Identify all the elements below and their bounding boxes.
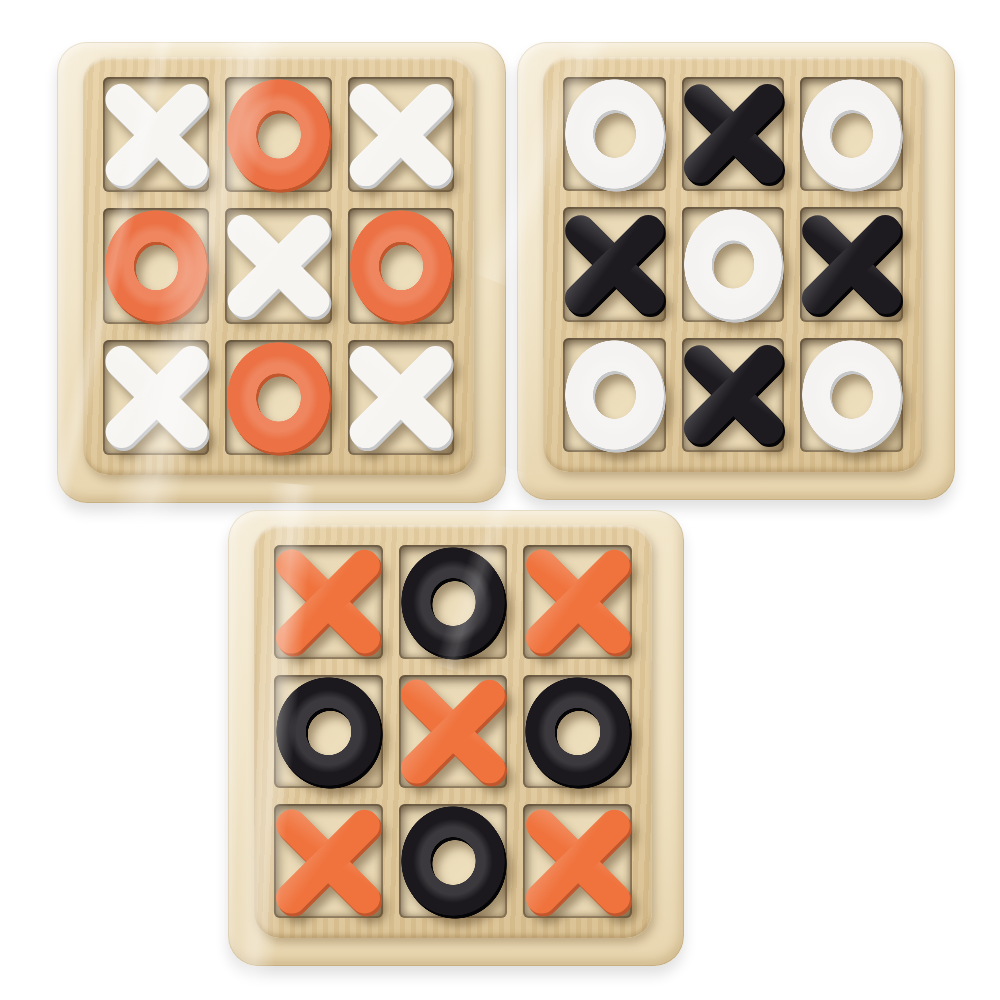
cell-r3c2[interactable] xyxy=(682,338,785,452)
cell-r3c2[interactable] xyxy=(399,804,508,918)
cell-r2c3[interactable] xyxy=(800,207,903,321)
tictactoe-grid xyxy=(563,77,903,452)
x-piece-white[interactable] xyxy=(349,78,453,191)
cell-r2c1[interactable] xyxy=(274,675,383,789)
cell-r2c1[interactable] xyxy=(563,207,666,321)
cell-r1c1[interactable] xyxy=(563,77,666,191)
cell-r3c1[interactable] xyxy=(103,340,209,455)
cell-r1c2[interactable] xyxy=(399,545,508,659)
o-piece-black[interactable] xyxy=(275,676,382,787)
board-top-left-white-vs-orange xyxy=(57,42,506,503)
board-top-right-black-vs-white xyxy=(517,42,955,500)
x-piece-orange[interactable] xyxy=(275,546,382,657)
x-piece-white[interactable] xyxy=(226,209,330,322)
x-piece-white[interactable] xyxy=(349,341,453,454)
o-piece-orange[interactable] xyxy=(349,209,453,322)
cell-r1c2[interactable] xyxy=(225,77,331,192)
o-piece-white[interactable] xyxy=(564,339,665,451)
cell-r1c3[interactable] xyxy=(800,77,903,191)
cell-r2c1[interactable] xyxy=(103,208,209,323)
cell-r1c3[interactable] xyxy=(348,77,454,192)
x-piece-orange[interactable] xyxy=(400,676,507,787)
tictactoe-grid xyxy=(274,545,632,918)
o-piece-orange[interactable] xyxy=(226,341,330,454)
x-piece-orange[interactable] xyxy=(275,805,382,916)
grid-frame xyxy=(543,57,923,472)
cell-r2c2[interactable] xyxy=(225,208,331,323)
cell-r3c3[interactable] xyxy=(348,340,454,455)
o-piece-black[interactable] xyxy=(400,546,507,657)
cell-r2c2[interactable] xyxy=(682,207,785,321)
o-piece-orange[interactable] xyxy=(104,209,208,322)
cell-r3c1[interactable] xyxy=(274,804,383,918)
grid-frame xyxy=(254,525,652,938)
cell-r3c1[interactable] xyxy=(563,338,666,452)
cell-r3c3[interactable] xyxy=(800,338,903,452)
x-piece-black[interactable] xyxy=(683,78,784,190)
tictactoe-grid xyxy=(103,77,454,455)
o-piece-black[interactable] xyxy=(400,805,507,916)
cell-r1c2[interactable] xyxy=(682,77,785,191)
x-piece-white[interactable] xyxy=(104,78,208,191)
grid-frame xyxy=(83,57,474,475)
x-piece-black[interactable] xyxy=(801,208,902,320)
cell-r1c1[interactable] xyxy=(103,77,209,192)
cell-r1c3[interactable] xyxy=(523,545,632,659)
x-piece-white[interactable] xyxy=(104,341,208,454)
o-piece-white[interactable] xyxy=(801,339,902,451)
x-piece-orange[interactable] xyxy=(524,546,631,657)
o-piece-white[interactable] xyxy=(683,208,784,320)
o-piece-orange[interactable] xyxy=(226,78,330,191)
board-bottom-center-orange-vs-black xyxy=(228,510,684,966)
o-piece-white[interactable] xyxy=(801,78,902,190)
product-photo xyxy=(0,0,1000,1000)
cell-r3c2[interactable] xyxy=(225,340,331,455)
o-piece-black[interactable] xyxy=(524,676,631,787)
o-piece-white[interactable] xyxy=(564,78,665,190)
cell-r1c1[interactable] xyxy=(274,545,383,659)
cell-r3c3[interactable] xyxy=(523,804,632,918)
x-piece-orange[interactable] xyxy=(524,805,631,916)
cell-r2c3[interactable] xyxy=(523,675,632,789)
cell-r2c3[interactable] xyxy=(348,208,454,323)
x-piece-black[interactable] xyxy=(564,208,665,320)
x-piece-black[interactable] xyxy=(683,339,784,451)
cell-r2c2[interactable] xyxy=(399,675,508,789)
